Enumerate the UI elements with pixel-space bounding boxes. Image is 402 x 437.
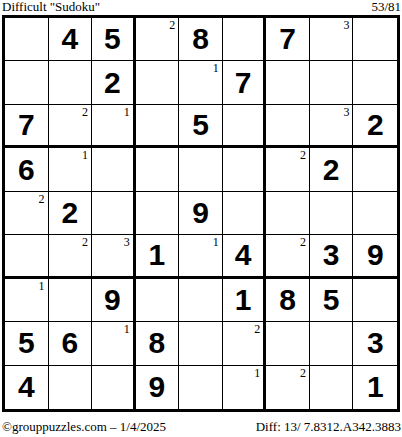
cell-value: [266, 105, 309, 145]
cell-value: [179, 279, 222, 321]
cell-value: 7: [266, 18, 309, 60]
cell-value: [179, 322, 222, 364]
cell-value: [223, 18, 264, 60]
cell-value: [223, 148, 264, 190]
cell-value: [136, 192, 179, 234]
sudoku-cell-r1c9[interactable]: [353, 18, 397, 61]
cell-value: 2: [49, 192, 92, 234]
cell-value: [353, 279, 397, 321]
sudoku-cell-r5c2[interactable]: 2: [49, 192, 93, 235]
cell-value: [179, 61, 222, 103]
sudoku-cell-r4c6[interactable]: [223, 148, 267, 191]
cell-value: [49, 61, 92, 103]
sudoku-cell-r9c9[interactable]: 1: [353, 366, 397, 409]
sudoku-cell-r6c5[interactable]: 1: [179, 235, 223, 278]
sudoku-cell-r6c2[interactable]: 2: [49, 235, 93, 278]
sudoku-cell-r5c4[interactable]: [136, 192, 180, 235]
sudoku-cell-r3c7[interactable]: [266, 105, 310, 148]
sudoku-cell-r6c1[interactable]: [5, 235, 49, 278]
cell-value: 3: [310, 235, 353, 275]
sudoku-cell-r2c9[interactable]: [353, 61, 397, 104]
cell-value: [92, 366, 133, 409]
cell-value: 4: [223, 235, 264, 275]
cell-value: [92, 192, 133, 234]
sudoku-cell-r8c8[interactable]: [310, 322, 354, 365]
cell-value: [223, 366, 264, 409]
sudoku-cell-r6c6[interactable]: 4: [223, 235, 267, 278]
cell-value: [223, 105, 264, 145]
cell-value: 7: [223, 61, 264, 103]
sudoku-cell-r8c9[interactable]: 3: [353, 322, 397, 365]
cell-value: [136, 61, 179, 103]
cell-value: [92, 235, 133, 275]
copyright-date: ©grouppuzzles.com – 1/4/2025: [2, 419, 166, 434]
sudoku-cell-r9c7[interactable]: 2: [266, 366, 310, 409]
cell-value: 7: [5, 105, 48, 145]
sudoku-cell-r5c8[interactable]: [310, 192, 354, 235]
sudoku-cell-r2c7[interactable]: [266, 61, 310, 104]
sudoku-cell-r2c1[interactable]: [5, 61, 49, 104]
sudoku-cell-r3c9[interactable]: 2: [353, 105, 397, 148]
cell-value: [136, 18, 179, 60]
cell-value: [136, 148, 179, 190]
cell-value: [353, 61, 397, 103]
sudoku-cell-r4c5[interactable]: [179, 148, 223, 191]
cell-value: [92, 148, 133, 190]
sudoku-cell-r7c1[interactable]: 1: [5, 279, 49, 322]
sudoku-cell-r1c7[interactable]: 7: [266, 18, 310, 61]
sudoku-cell-r2c8[interactable]: [310, 61, 354, 104]
cell-value: 1: [353, 366, 397, 409]
sudoku-cell-r9c1[interactable]: 4: [5, 366, 49, 409]
difficulty-code: Diff: 13/ 7.8312.A342.3883: [256, 419, 401, 434]
cell-value: [49, 148, 92, 190]
cell-value: 5: [5, 322, 48, 364]
sudoku-cell-r2c2[interactable]: [49, 61, 93, 104]
sudoku-cell-r4c1[interactable]: 6: [5, 148, 49, 191]
sudoku-cell-r5c5[interactable]: 9: [179, 192, 223, 235]
cell-value: 5: [179, 105, 222, 145]
cell-value: [266, 322, 309, 364]
cell-value: [353, 192, 397, 234]
sudoku-cell-r4c2[interactable]: 1: [49, 148, 93, 191]
page-title: Difficult "Sudoku": [2, 0, 100, 14]
cell-value: [49, 279, 92, 321]
sudoku-cell-r9c4[interactable]: 9: [136, 366, 180, 409]
cell-value: 6: [5, 148, 48, 190]
cell-value: [5, 61, 48, 103]
sudoku-cell-r7c4[interactable]: [136, 279, 180, 322]
cell-value: [5, 18, 48, 60]
cell-value: [353, 148, 397, 190]
sudoku-cell-r6c8[interactable]: 3: [310, 235, 354, 278]
sudoku-cell-r5c3[interactable]: [92, 192, 136, 235]
sudoku-cell-r7c9[interactable]: [353, 279, 397, 322]
sudoku-cell-r4c3[interactable]: [92, 148, 136, 191]
sudoku-cell-r8c4[interactable]: 8: [136, 322, 180, 365]
sudoku-cell-r6c7[interactable]: 2: [266, 235, 310, 278]
sudoku-cell-r9c8[interactable]: [310, 366, 354, 409]
sudoku-cell-r8c5[interactable]: [179, 322, 223, 365]
sudoku-cell-r6c3[interactable]: 3: [92, 235, 136, 278]
sudoku-cell-r9c3[interactable]: [92, 366, 136, 409]
cell-value: [310, 366, 353, 409]
sudoku-cell-r3c1[interactable]: 7: [5, 105, 49, 148]
sudoku-cell-r9c2[interactable]: [49, 366, 93, 409]
sudoku-cell-r7c7[interactable]: 8: [266, 279, 310, 322]
sudoku-cell-r3c8[interactable]: 3: [310, 105, 354, 148]
sudoku-cell-r6c9[interactable]: 9: [353, 235, 397, 278]
sudoku-cell-r4c9[interactable]: [353, 148, 397, 191]
cell-value: 2: [310, 148, 353, 190]
cell-value: [5, 192, 48, 234]
sudoku-cell-r8c3[interactable]: 1: [92, 322, 136, 365]
sudoku-cell-r1c2[interactable]: 4: [49, 18, 93, 61]
cell-value: 4: [5, 366, 48, 409]
cell-value: [266, 61, 309, 103]
cell-value: 6: [49, 322, 92, 364]
sudoku-cell-r3c4[interactable]: [136, 105, 180, 148]
cell-value: 2: [92, 61, 133, 103]
cell-value: [310, 18, 353, 60]
cell-value: 8: [179, 18, 222, 60]
cell-value: [266, 148, 309, 190]
sudoku-cell-r2c6[interactable]: 7: [223, 61, 267, 104]
sudoku-cell-r1c4[interactable]: 2: [136, 18, 180, 61]
sudoku-cell-r8c6[interactable]: 2: [223, 322, 267, 365]
cell-value: [266, 235, 309, 275]
sudoku-cell-r1c6[interactable]: [223, 18, 267, 61]
cell-value: [5, 279, 48, 321]
sudoku-cell-r3c6[interactable]: [223, 105, 267, 148]
sudoku-cell-r2c4[interactable]: [136, 61, 180, 104]
cell-value: [179, 235, 222, 275]
cell-value: [310, 61, 353, 103]
cell-value: 5: [92, 18, 133, 60]
cell-value: [179, 366, 222, 409]
sudoku-cell-r1c1[interactable]: [5, 18, 49, 61]
sudoku-cell-r2c5[interactable]: 1: [179, 61, 223, 104]
sudoku-cell-r4c7[interactable]: 2: [266, 148, 310, 191]
sudoku-cell-r4c4[interactable]: [136, 148, 180, 191]
cell-value: [136, 279, 179, 321]
cell-value: 3: [353, 322, 397, 364]
cell-value: [266, 192, 309, 234]
cell-value: 1: [223, 279, 264, 321]
sudoku-cell-r3c3[interactable]: 1: [92, 105, 136, 148]
sudoku-cell-r4c8[interactable]: 2: [310, 148, 354, 191]
cell-value: [5, 235, 48, 275]
sudoku-cell-r7c3[interactable]: 9: [92, 279, 136, 322]
cell-value: [310, 192, 353, 234]
cell-value: [136, 105, 179, 145]
sudoku-cell-r7c8[interactable]: 5: [310, 279, 354, 322]
sudoku-cell-r5c1[interactable]: 2: [5, 192, 49, 235]
cell-value: 9: [136, 366, 179, 409]
sudoku-cell-r1c3[interactable]: 5: [92, 18, 136, 61]
cell-value: 8: [266, 279, 309, 321]
cell-value: [179, 148, 222, 190]
sudoku-cell-r5c7[interactable]: [266, 192, 310, 235]
sudoku-cell-r9c6[interactable]: 1: [223, 366, 267, 409]
sudoku-cell-r6c4[interactable]: 1: [136, 235, 180, 278]
cell-value: 9: [353, 235, 397, 275]
cell-value: 9: [179, 192, 222, 234]
cell-value: [92, 322, 133, 364]
cell-value: [353, 18, 397, 60]
sudoku-cell-r9c5[interactable]: [179, 366, 223, 409]
cell-value: 8: [136, 322, 179, 364]
cell-value: 9: [92, 279, 133, 321]
cell-value: 4: [49, 18, 92, 60]
sudoku-cell-r1c5[interactable]: 8: [179, 18, 223, 61]
sudoku-cell-r2c3[interactable]: 2: [92, 61, 136, 104]
sudoku-cell-r8c2[interactable]: 6: [49, 322, 93, 365]
cell-value: [223, 322, 264, 364]
sudoku-cell-r8c1[interactable]: 5: [5, 322, 49, 365]
cell-value: [49, 235, 92, 275]
sudoku-cell-r1c8[interactable]: 3: [310, 18, 354, 61]
sudoku-cell-r3c5[interactable]: 5: [179, 105, 223, 148]
cell-value: 1: [136, 235, 179, 275]
sudoku-cell-r3c2[interactable]: 2: [49, 105, 93, 148]
empty-cell-counter: 53/81: [371, 0, 401, 14]
cell-value: [310, 105, 353, 145]
cell-value: [92, 105, 133, 145]
cell-value: [310, 322, 353, 364]
cell-value: 5: [310, 279, 353, 321]
sudoku-cell-r7c2[interactable]: [49, 279, 93, 322]
cell-value: [223, 192, 264, 234]
sudoku-cell-r5c6[interactable]: [223, 192, 267, 235]
sudoku-cell-r5c9[interactable]: [353, 192, 397, 235]
header: Difficult "Sudoku" 53/81: [2, 0, 401, 14]
footer: ©grouppuzzles.com – 1/4/2025 Diff: 13/ 7…: [2, 419, 401, 434]
cell-value: [266, 366, 309, 409]
sudoku-grid: 4528732177215326122229231142391918556182…: [2, 15, 400, 412]
cell-value: [49, 105, 92, 145]
sudoku-cell-r7c5[interactable]: [179, 279, 223, 322]
sudoku-cell-r7c6[interactable]: 1: [223, 279, 267, 322]
sudoku-cell-r8c7[interactable]: [266, 322, 310, 365]
cell-value: [49, 366, 92, 409]
cell-value: 2: [353, 105, 397, 145]
sudoku-page: Difficult "Sudoku" 53/81 452873217721532…: [0, 0, 402, 437]
